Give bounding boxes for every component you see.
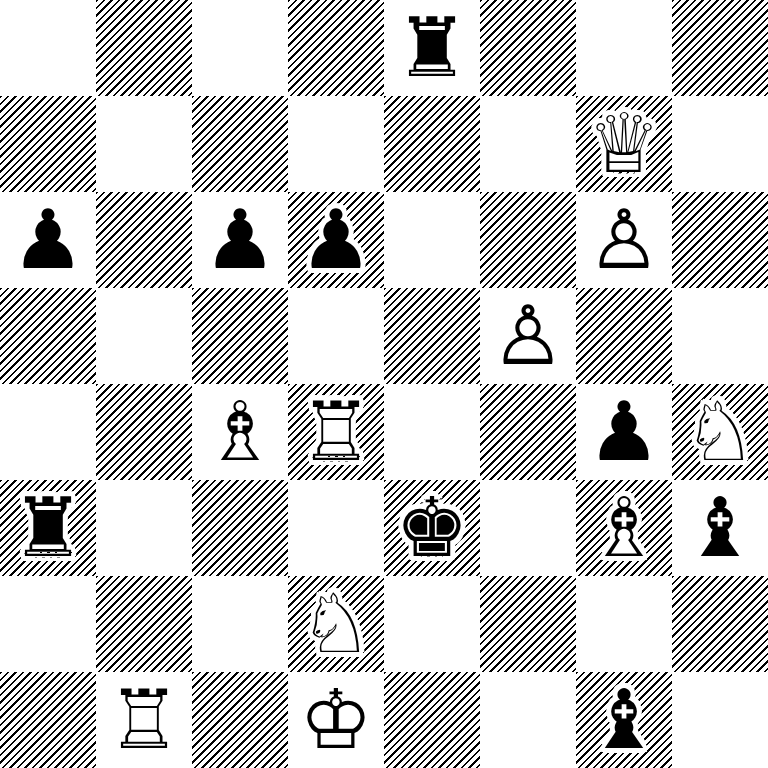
- square-f5[interactable]: ♟♙: [480, 288, 576, 384]
- square-h4[interactable]: ♞♘: [672, 384, 768, 480]
- square-c7[interactable]: [192, 96, 288, 192]
- white-queen[interactable]: ♛♕: [576, 96, 672, 192]
- white-king[interactable]: ♚♔: [288, 672, 384, 768]
- square-g6[interactable]: ♟♙: [576, 192, 672, 288]
- square-h7[interactable]: [672, 96, 768, 192]
- square-a4[interactable]: [0, 384, 96, 480]
- square-f1[interactable]: [480, 672, 576, 768]
- white-pawn[interactable]: ♟♙: [576, 192, 672, 288]
- square-g2[interactable]: [576, 576, 672, 672]
- square-h6[interactable]: [672, 192, 768, 288]
- chess-board: ♜♛♕♟♟♟♟♙♟♙♝♗♜♖♟♞♘♜♚♝♗♝♞♘♜♖♚♔♝: [0, 0, 768, 768]
- square-f7[interactable]: [480, 96, 576, 192]
- white-bishop[interactable]: ♝♗: [192, 384, 288, 480]
- square-a7[interactable]: [0, 96, 96, 192]
- square-g7[interactable]: ♛♕: [576, 96, 672, 192]
- square-d6[interactable]: ♟: [288, 192, 384, 288]
- square-b8[interactable]: [96, 0, 192, 96]
- square-g8[interactable]: [576, 0, 672, 96]
- square-f2[interactable]: [480, 576, 576, 672]
- square-e1[interactable]: [384, 672, 480, 768]
- square-e7[interactable]: [384, 96, 480, 192]
- square-e4[interactable]: [384, 384, 480, 480]
- square-b6[interactable]: [96, 192, 192, 288]
- rook-outline-icon: ♖: [96, 672, 192, 768]
- knight-outline-icon: ♘: [288, 576, 384, 672]
- white-knight[interactable]: ♞♘: [288, 576, 384, 672]
- square-d8[interactable]: [288, 0, 384, 96]
- pawn-outline-icon: ♙: [576, 192, 672, 288]
- king-outline-icon: ♔: [288, 672, 384, 768]
- white-knight[interactable]: ♞♘: [672, 384, 768, 480]
- black-pawn[interactable]: ♟: [288, 192, 384, 288]
- queen-outline-icon: ♕: [576, 96, 672, 192]
- black-pawn[interactable]: ♟: [0, 192, 96, 288]
- square-h5[interactable]: [672, 288, 768, 384]
- pawn-icon: ♟: [288, 192, 384, 288]
- square-a6[interactable]: ♟: [0, 192, 96, 288]
- knight-outline-icon: ♘: [672, 384, 768, 480]
- square-g5[interactable]: [576, 288, 672, 384]
- square-f3[interactable]: [480, 480, 576, 576]
- pawn-outline-icon: ♙: [480, 288, 576, 384]
- square-h2[interactable]: [672, 576, 768, 672]
- white-pawn[interactable]: ♟♙: [480, 288, 576, 384]
- square-c1[interactable]: [192, 672, 288, 768]
- square-b5[interactable]: [96, 288, 192, 384]
- square-e2[interactable]: [384, 576, 480, 672]
- pawn-icon: ♟: [576, 384, 672, 480]
- square-d1[interactable]: ♚♔: [288, 672, 384, 768]
- square-g4[interactable]: ♟: [576, 384, 672, 480]
- square-b7[interactable]: [96, 96, 192, 192]
- white-rook[interactable]: ♜♖: [288, 384, 384, 480]
- bishop-outline-icon: ♗: [576, 480, 672, 576]
- square-e6[interactable]: [384, 192, 480, 288]
- square-h3[interactable]: ♝: [672, 480, 768, 576]
- white-rook[interactable]: ♜♖: [96, 672, 192, 768]
- square-b2[interactable]: [96, 576, 192, 672]
- square-d3[interactable]: [288, 480, 384, 576]
- bishop-outline-icon: ♗: [192, 384, 288, 480]
- pawn-icon: ♟: [0, 192, 96, 288]
- square-a1[interactable]: [0, 672, 96, 768]
- rook-icon: ♜: [0, 480, 96, 576]
- black-rook[interactable]: ♜: [384, 0, 480, 96]
- square-f8[interactable]: [480, 0, 576, 96]
- pawn-icon: ♟: [192, 192, 288, 288]
- square-d5[interactable]: [288, 288, 384, 384]
- square-h8[interactable]: [672, 0, 768, 96]
- square-b1[interactable]: ♜♖: [96, 672, 192, 768]
- rook-icon: ♜: [384, 0, 480, 96]
- black-pawn[interactable]: ♟: [576, 384, 672, 480]
- black-king[interactable]: ♚: [384, 480, 480, 576]
- square-a2[interactable]: [0, 576, 96, 672]
- bishop-icon: ♝: [576, 672, 672, 768]
- square-d7[interactable]: [288, 96, 384, 192]
- square-b4[interactable]: [96, 384, 192, 480]
- square-g1[interactable]: ♝: [576, 672, 672, 768]
- square-g3[interactable]: ♝♗: [576, 480, 672, 576]
- square-e8[interactable]: ♜: [384, 0, 480, 96]
- square-a5[interactable]: [0, 288, 96, 384]
- bishop-icon: ♝: [672, 480, 768, 576]
- square-c5[interactable]: [192, 288, 288, 384]
- square-c6[interactable]: ♟: [192, 192, 288, 288]
- square-a8[interactable]: [0, 0, 96, 96]
- square-d2[interactable]: ♞♘: [288, 576, 384, 672]
- king-icon: ♚: [384, 480, 480, 576]
- black-bishop[interactable]: ♝: [672, 480, 768, 576]
- square-c4[interactable]: ♝♗: [192, 384, 288, 480]
- square-a3[interactable]: ♜: [0, 480, 96, 576]
- square-c2[interactable]: [192, 576, 288, 672]
- black-rook[interactable]: ♜: [0, 480, 96, 576]
- square-e3[interactable]: ♚: [384, 480, 480, 576]
- square-c8[interactable]: [192, 0, 288, 96]
- black-pawn[interactable]: ♟: [192, 192, 288, 288]
- square-e5[interactable]: [384, 288, 480, 384]
- white-bishop[interactable]: ♝♗: [576, 480, 672, 576]
- square-f4[interactable]: [480, 384, 576, 480]
- square-h1[interactable]: [672, 672, 768, 768]
- square-d4[interactable]: ♜♖: [288, 384, 384, 480]
- black-bishop[interactable]: ♝: [576, 672, 672, 768]
- square-c3[interactable]: [192, 480, 288, 576]
- rook-outline-icon: ♖: [288, 384, 384, 480]
- square-b3[interactable]: [96, 480, 192, 576]
- square-f6[interactable]: [480, 192, 576, 288]
